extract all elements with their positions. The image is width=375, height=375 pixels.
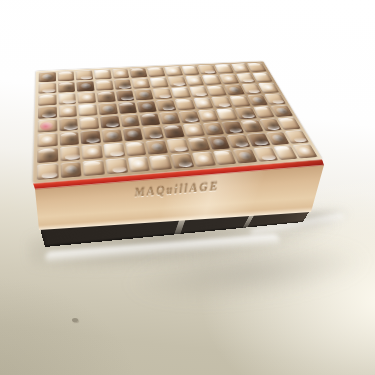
mosaic-tile: [118, 102, 138, 114]
mosaic-tile: [175, 98, 196, 110]
mosaic-tile: [149, 155, 172, 171]
mosaic-tile: [97, 91, 116, 103]
mosaic-tile: [58, 105, 77, 118]
surface-speck: [72, 318, 78, 322]
mosaic-tile: [83, 160, 105, 176]
mosaic-tile: [252, 72, 272, 82]
mosaic-tile: [183, 123, 205, 136]
mosaic-tile: [59, 131, 79, 145]
mosaic-tile: [77, 81, 95, 92]
mosaic-tile: [103, 143, 125, 158]
mosaic-tile: [122, 127, 143, 141]
photo-scene: MAQuillAGE: [0, 0, 375, 375]
mosaic-tile: [153, 88, 173, 99]
mosaic-tile: [159, 112, 180, 125]
mosaic-tile: [164, 66, 183, 76]
mosaic-tile: [224, 84, 245, 95]
mosaic-tile: [39, 72, 56, 83]
mosaic-tile: [193, 97, 214, 109]
mosaic-tile: [38, 82, 56, 93]
mosaic-tile: [125, 141, 147, 156]
mosaic-tile: [185, 75, 204, 85]
mosaic-tile: [197, 109, 218, 122]
mosaic-tile: [171, 87, 191, 98]
mosaic-tile: [120, 114, 140, 127]
mosaic-tile: [167, 138, 190, 153]
mosaic-tile: [167, 76, 186, 86]
mosaic-tile: [38, 94, 56, 106]
brand-text: MAQuillAGE: [134, 180, 220, 200]
mosaic-tile: [258, 83, 279, 94]
mosaic-tile: [211, 96, 232, 108]
mosaic-tile: [247, 63, 267, 72]
mosaic-tile: [59, 118, 78, 131]
mosaic-tile: [58, 82, 76, 93]
mosaic-tile: [178, 110, 199, 123]
mosaic-tile: [132, 78, 151, 89]
mosaic-tile: [37, 133, 57, 148]
mosaic-tile: [78, 92, 97, 104]
mosaic-tile: [198, 65, 217, 75]
mosaic-tile: [156, 99, 176, 111]
mosaic-tile: [95, 80, 113, 91]
mosaic-tile: [202, 122, 224, 135]
mosaic-tile: [171, 153, 194, 169]
mosaic-tile: [146, 140, 168, 155]
mosaic-tile: [37, 163, 59, 180]
mosaic-tile: [219, 74, 239, 84]
mosaic-tile: [134, 89, 153, 100]
mosaic-tile: [202, 75, 222, 85]
mosaic-tile: [37, 147, 58, 163]
mosaic-tile: [57, 71, 74, 81]
mosaic-tile: [206, 85, 226, 96]
mosaic-tile: [114, 79, 133, 90]
mosaic-tile: [94, 69, 112, 79]
mosaic-tile: [163, 125, 185, 139]
mosaic-tile: [116, 90, 135, 101]
mosaic-tile: [80, 116, 100, 129]
mosaic-tile: [78, 104, 97, 116]
mosaic-tile: [189, 86, 209, 97]
mosaic-tile: [147, 67, 165, 77]
mosaic-tile: [38, 119, 57, 133]
mosaic-tile: [140, 113, 161, 126]
mosaic-tile: [82, 144, 103, 159]
mosaic-tile: [81, 130, 101, 144]
mosaic-tile: [38, 106, 57, 119]
mosaic-tile: [214, 64, 233, 74]
mosaic-tile: [187, 137, 210, 151]
mosaic-tile: [128, 156, 151, 172]
mosaic-tile: [76, 70, 93, 80]
mosaic-tile: [102, 129, 123, 143]
mosaic-tile: [137, 101, 157, 113]
mosaic-tile: [60, 161, 82, 178]
mosaic-tile: [143, 126, 164, 140]
mosaic-tile: [129, 68, 147, 78]
mosaic-tile: [100, 115, 120, 128]
mosaic-tile: [213, 150, 237, 165]
mosaic-grid: [37, 63, 318, 181]
mosaic-tile: [98, 103, 117, 115]
mosaic-tile: [58, 93, 76, 105]
mosaic-tile: [207, 135, 230, 149]
mosaic-tile: [60, 146, 81, 161]
mosaic-tile: [192, 151, 216, 167]
mosaic-tile: [112, 68, 130, 78]
mosaic-tile: [105, 158, 127, 174]
mosaic-tile: [181, 65, 200, 75]
mosaic-tile: [150, 77, 169, 88]
